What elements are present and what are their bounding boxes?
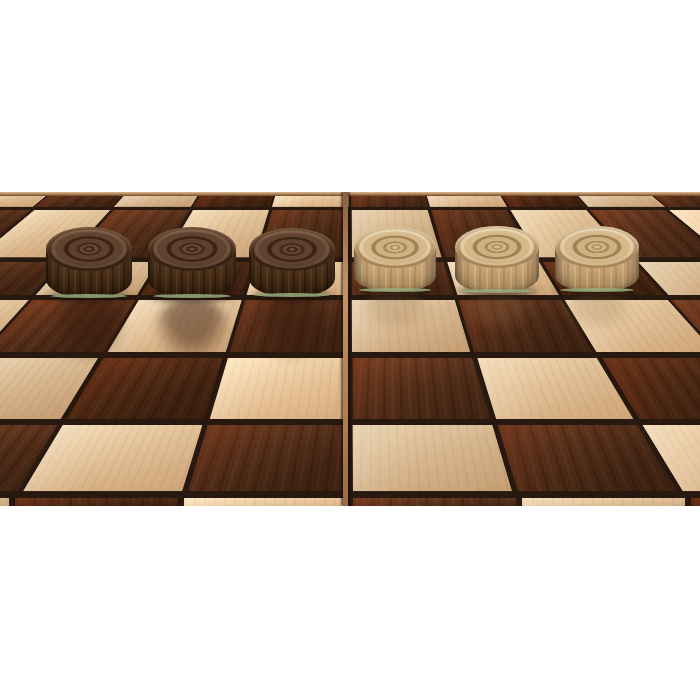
- dark-checker-piece[interactable]: [148, 227, 236, 297]
- piece-felt-base: [153, 294, 230, 298]
- board-square: [185, 425, 350, 491]
- piece-top-face-rings: [148, 227, 236, 271]
- board-row-r4: [0, 358, 700, 425]
- piece-felt-base: [254, 293, 330, 297]
- board-square: [350, 358, 493, 419]
- light-piece-reflection: [460, 294, 534, 332]
- piece-felt-base: [51, 294, 127, 298]
- board-square: [350, 498, 519, 506]
- dark-checker-piece[interactable]: [46, 227, 132, 297]
- product-photo: [0, 0, 700, 700]
- piece-felt-base: [460, 289, 534, 293]
- light-checker-piece[interactable]: [354, 227, 436, 291]
- piece-top-face-rings: [249, 228, 335, 271]
- board-row-r6: [0, 498, 700, 506]
- piece-top-face-rings: [455, 226, 539, 268]
- piece-top-face-rings: [354, 227, 436, 268]
- board-row-r5: [0, 425, 700, 498]
- board-square: [519, 498, 688, 506]
- dark-checker-piece[interactable]: [249, 228, 335, 296]
- board-fold-seam: [343, 192, 348, 506]
- dark-piece-reflection: [254, 298, 330, 360]
- board-square: [0, 498, 12, 506]
- piece-felt-base: [359, 288, 431, 292]
- light-piece-reflection: [359, 293, 431, 331]
- piece-felt-base: [560, 288, 634, 292]
- board-back-edge: [0, 192, 700, 196]
- dark-piece-reflection: [51, 299, 127, 361]
- light-checker-piece[interactable]: [555, 226, 639, 291]
- board-square: [688, 498, 700, 506]
- checkers-board: [0, 192, 700, 506]
- board-square: [181, 498, 350, 506]
- piece-top-face-rings: [46, 227, 132, 271]
- light-piece-reflection: [560, 293, 634, 331]
- board-square: [207, 358, 350, 419]
- board-square: [350, 425, 515, 491]
- board-square: [12, 498, 181, 506]
- dark-piece-reflection: [153, 299, 231, 361]
- piece-top-face-rings: [555, 226, 639, 268]
- light-checker-piece[interactable]: [455, 226, 539, 292]
